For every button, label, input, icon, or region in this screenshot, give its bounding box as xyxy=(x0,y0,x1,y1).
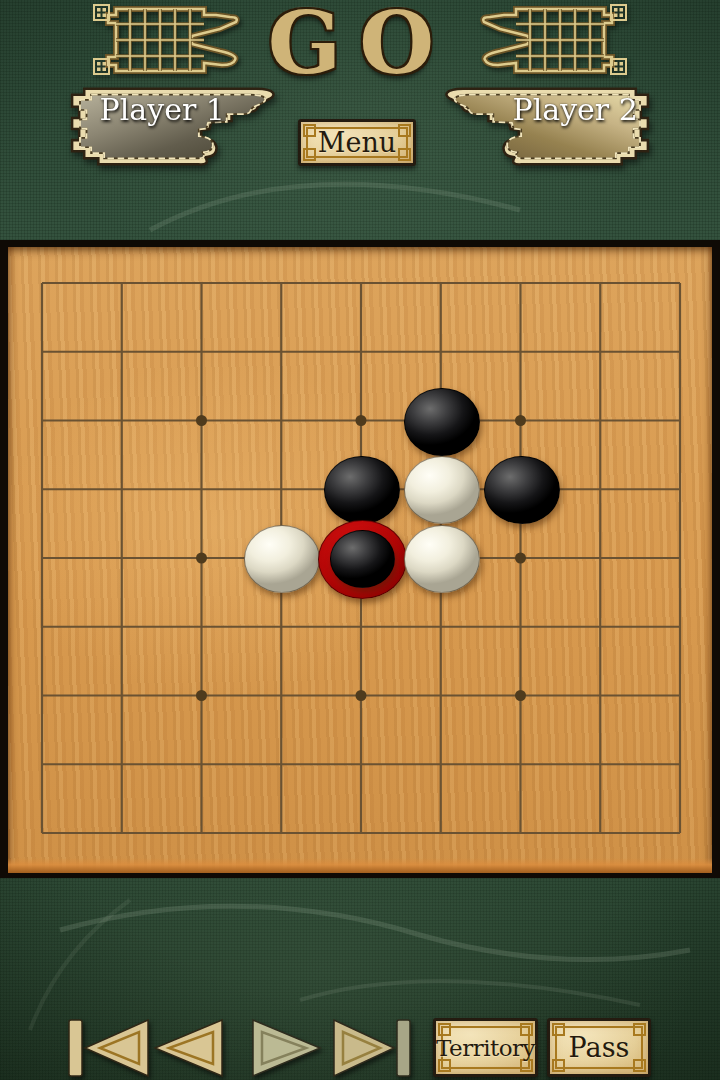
go-board[interactable] xyxy=(0,240,720,878)
stone-black-G6 xyxy=(484,456,560,524)
territory-button-label: Territory xyxy=(436,1035,535,1061)
pass-button-label: Pass xyxy=(569,1032,630,1063)
stone-black-F7 xyxy=(404,388,480,456)
frame-corner xyxy=(633,1059,646,1072)
step-forward-button[interactable] xyxy=(251,1019,323,1077)
stone-black-E5 xyxy=(330,530,395,588)
player2-name: Player 2 xyxy=(499,92,652,127)
frame-corner xyxy=(552,1059,565,1072)
frame-corner xyxy=(398,124,411,137)
menu-button[interactable]: Menu xyxy=(298,119,416,166)
stone-white-F5 xyxy=(404,525,480,593)
frame-corner xyxy=(303,124,316,137)
player1-nameplate: Player 1 xyxy=(62,80,280,172)
player1-name: Player 1 xyxy=(86,92,239,127)
frame-corner xyxy=(398,148,411,161)
go-app-screen: GO Player 1 xyxy=(0,0,720,1080)
go-to-end-button[interactable] xyxy=(333,1019,411,1077)
pass-button[interactable]: Pass xyxy=(547,1018,651,1077)
frame-corner xyxy=(633,1023,646,1036)
territory-button[interactable]: Territory xyxy=(433,1018,538,1077)
player2-nameplate: Player 2 xyxy=(440,80,658,172)
go-to-start-button[interactable] xyxy=(68,1019,150,1077)
stone-black-E6 xyxy=(324,456,400,524)
frame-corner xyxy=(552,1023,565,1036)
step-back-button[interactable] xyxy=(152,1019,224,1077)
menu-button-label: Menu xyxy=(318,127,396,158)
stone-white-D5 xyxy=(244,525,320,593)
stones-layer xyxy=(0,240,720,878)
frame-corner xyxy=(303,148,316,161)
stone-white-F6 xyxy=(404,456,480,524)
